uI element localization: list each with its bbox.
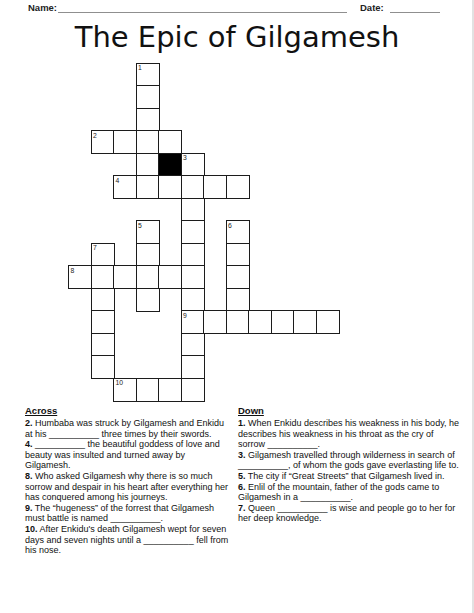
across-header: Across <box>25 405 233 416</box>
clue-text: Gilgamesh travelled through wilderness i… <box>238 450 459 471</box>
cell-number: 6 <box>228 222 232 229</box>
clue-down-6: 6. Enlil of the mountain, father of the … <box>238 482 462 503</box>
clue-down-7: 7. Queen __________ is wise and people g… <box>238 503 462 524</box>
grid-cell[interactable] <box>91 333 115 357</box>
grid-cell[interactable] <box>226 243 250 267</box>
down-clues: Down 1. When Enkidu describes his weakne… <box>238 405 462 524</box>
grid-cell[interactable]: 5 <box>136 220 160 244</box>
across-clues: Across 2. Humbaba was struck by Gilgames… <box>25 405 233 556</box>
grid-cell[interactable] <box>136 85 160 109</box>
grid-cell[interactable] <box>226 175 250 199</box>
clue-text: __________ the beautiful goddess of love… <box>25 439 220 470</box>
grid-cell[interactable] <box>181 175 205 199</box>
clue-number: 9. <box>25 503 33 513</box>
grid-cell[interactable] <box>136 108 160 132</box>
clue-number: 10. <box>25 524 38 534</box>
clue-text: Who asked Gilgamesh why there is so much… <box>25 471 228 502</box>
grid-cell[interactable] <box>248 310 272 334</box>
grid-cell[interactable]: 10 <box>113 378 137 402</box>
clue-text: The “hugeness” of the forrest that Gilga… <box>25 503 214 524</box>
grid-cell[interactable] <box>91 355 115 379</box>
grid-cell[interactable] <box>226 265 250 289</box>
grid-cell[interactable] <box>136 243 160 267</box>
clue-text: The city if “Great Streets” that Gilgame… <box>248 471 445 481</box>
clue-number: 8. <box>25 471 33 481</box>
cell-number: 1 <box>138 64 142 71</box>
grid-cell[interactable] <box>181 333 205 357</box>
grid-cell[interactable]: 8 <box>68 265 92 289</box>
clue-number: 7. <box>238 503 246 513</box>
clue-across-2: 2. Humbaba was struck by Gilgamesh and E… <box>25 418 233 439</box>
down-header: Down <box>238 405 462 416</box>
grid-cell[interactable] <box>293 310 317 334</box>
grid-cell[interactable]: 3 <box>181 153 205 177</box>
grid-cell[interactable]: 2 <box>91 130 115 154</box>
grid-cell[interactable] <box>181 355 205 379</box>
grid-cell[interactable] <box>181 265 205 289</box>
grid-cell[interactable] <box>316 310 340 334</box>
grid-cell[interactable] <box>158 265 182 289</box>
grid-cell[interactable] <box>226 310 250 334</box>
grid-cell[interactable] <box>91 310 115 334</box>
grid-cell[interactable] <box>113 130 137 154</box>
black-cell <box>158 153 182 177</box>
grid-cell[interactable] <box>91 265 115 289</box>
clue-text: When Enkidu describes his weakness in hi… <box>238 418 459 449</box>
clue-text: Queen __________ is wise and people go t… <box>238 503 455 524</box>
grid-cell[interactable] <box>226 288 250 312</box>
cell-number: 9 <box>183 312 187 319</box>
cell-number: 8 <box>71 267 75 274</box>
clue-number: 3. <box>238 450 246 460</box>
grid-cell[interactable] <box>181 288 205 312</box>
grid-cell[interactable] <box>181 378 205 402</box>
grid-cell[interactable] <box>203 310 227 334</box>
grid-cell[interactable] <box>136 288 160 312</box>
grid-cell[interactable]: 7 <box>91 243 115 267</box>
cell-number: 3 <box>183 154 187 161</box>
clue-across-10: 10. After Enkidu's death Gilgamesh wept … <box>25 524 233 556</box>
clue-number: 2. <box>25 418 33 428</box>
clue-text: After Enkidu's death Gilgamesh wept for … <box>25 524 228 555</box>
grid-cell[interactable] <box>136 175 160 199</box>
grid-cell[interactable] <box>181 243 205 267</box>
clue-number: 5. <box>238 471 246 481</box>
grid-cell[interactable]: 9 <box>181 310 205 334</box>
clue-across-8: 8. Who asked Gilgamesh why there is so m… <box>25 471 233 503</box>
grid-cell[interactable] <box>136 378 160 402</box>
grid-cell[interactable] <box>158 378 182 402</box>
grid-cell[interactable] <box>271 310 295 334</box>
worksheet-page: Name: Date: The Epic of Gilgamesh 123456… <box>0 0 474 613</box>
grid-cell[interactable] <box>136 130 160 154</box>
grid-cell[interactable]: 1 <box>136 63 160 87</box>
grid-cell[interactable]: 4 <box>113 175 137 199</box>
grid-cell[interactable] <box>158 130 182 154</box>
cell-number: 4 <box>116 177 120 184</box>
grid-cell[interactable] <box>136 153 160 177</box>
clue-across-4: 4. __________ the beautiful goddess of l… <box>25 439 233 471</box>
clue-number: 4. <box>25 439 33 449</box>
clue-number: 6. <box>238 482 246 492</box>
cell-number: 2 <box>93 132 97 139</box>
crossword-grid: 12345678910 <box>0 0 474 410</box>
clue-down-3: 3. Gilgamesh travelled through wildernes… <box>238 450 462 471</box>
grid-cell[interactable]: 6 <box>226 220 250 244</box>
grid-cell[interactable] <box>136 265 160 289</box>
cell-number: 5 <box>138 222 142 229</box>
clue-down-1: 1. When Enkidu describes his weakness in… <box>238 418 462 450</box>
grid-cell[interactable] <box>158 175 182 199</box>
cell-number: 7 <box>93 244 97 251</box>
grid-cell[interactable] <box>113 265 137 289</box>
clue-text: Humbaba was struck by Gilgamesh and Enki… <box>25 418 224 439</box>
clue-across-9: 9. The “hugeness” of the forrest that Gi… <box>25 503 233 524</box>
grid-cell[interactable] <box>91 288 115 312</box>
clue-number: 1. <box>238 418 246 428</box>
cell-number: 10 <box>116 379 124 386</box>
grid-cell[interactable] <box>203 175 227 199</box>
grid-cell[interactable] <box>181 220 205 244</box>
grid-cell[interactable] <box>181 198 205 222</box>
clue-text: Enlil of the mountain, father of the god… <box>238 482 439 503</box>
clue-down-5: 5. The city if “Great Streets” that Gilg… <box>238 471 462 482</box>
